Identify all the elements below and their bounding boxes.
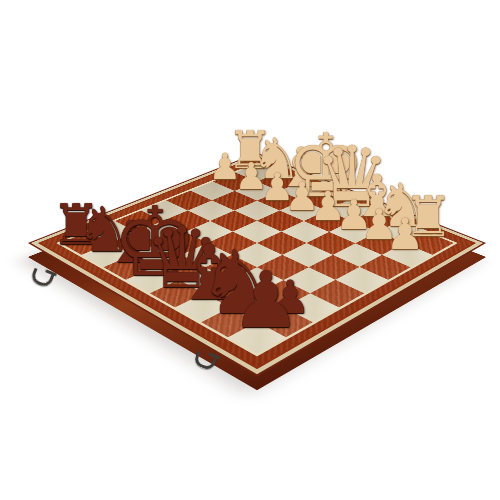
playing-area — [56, 162, 458, 356]
board-top-face — [28, 153, 486, 376]
